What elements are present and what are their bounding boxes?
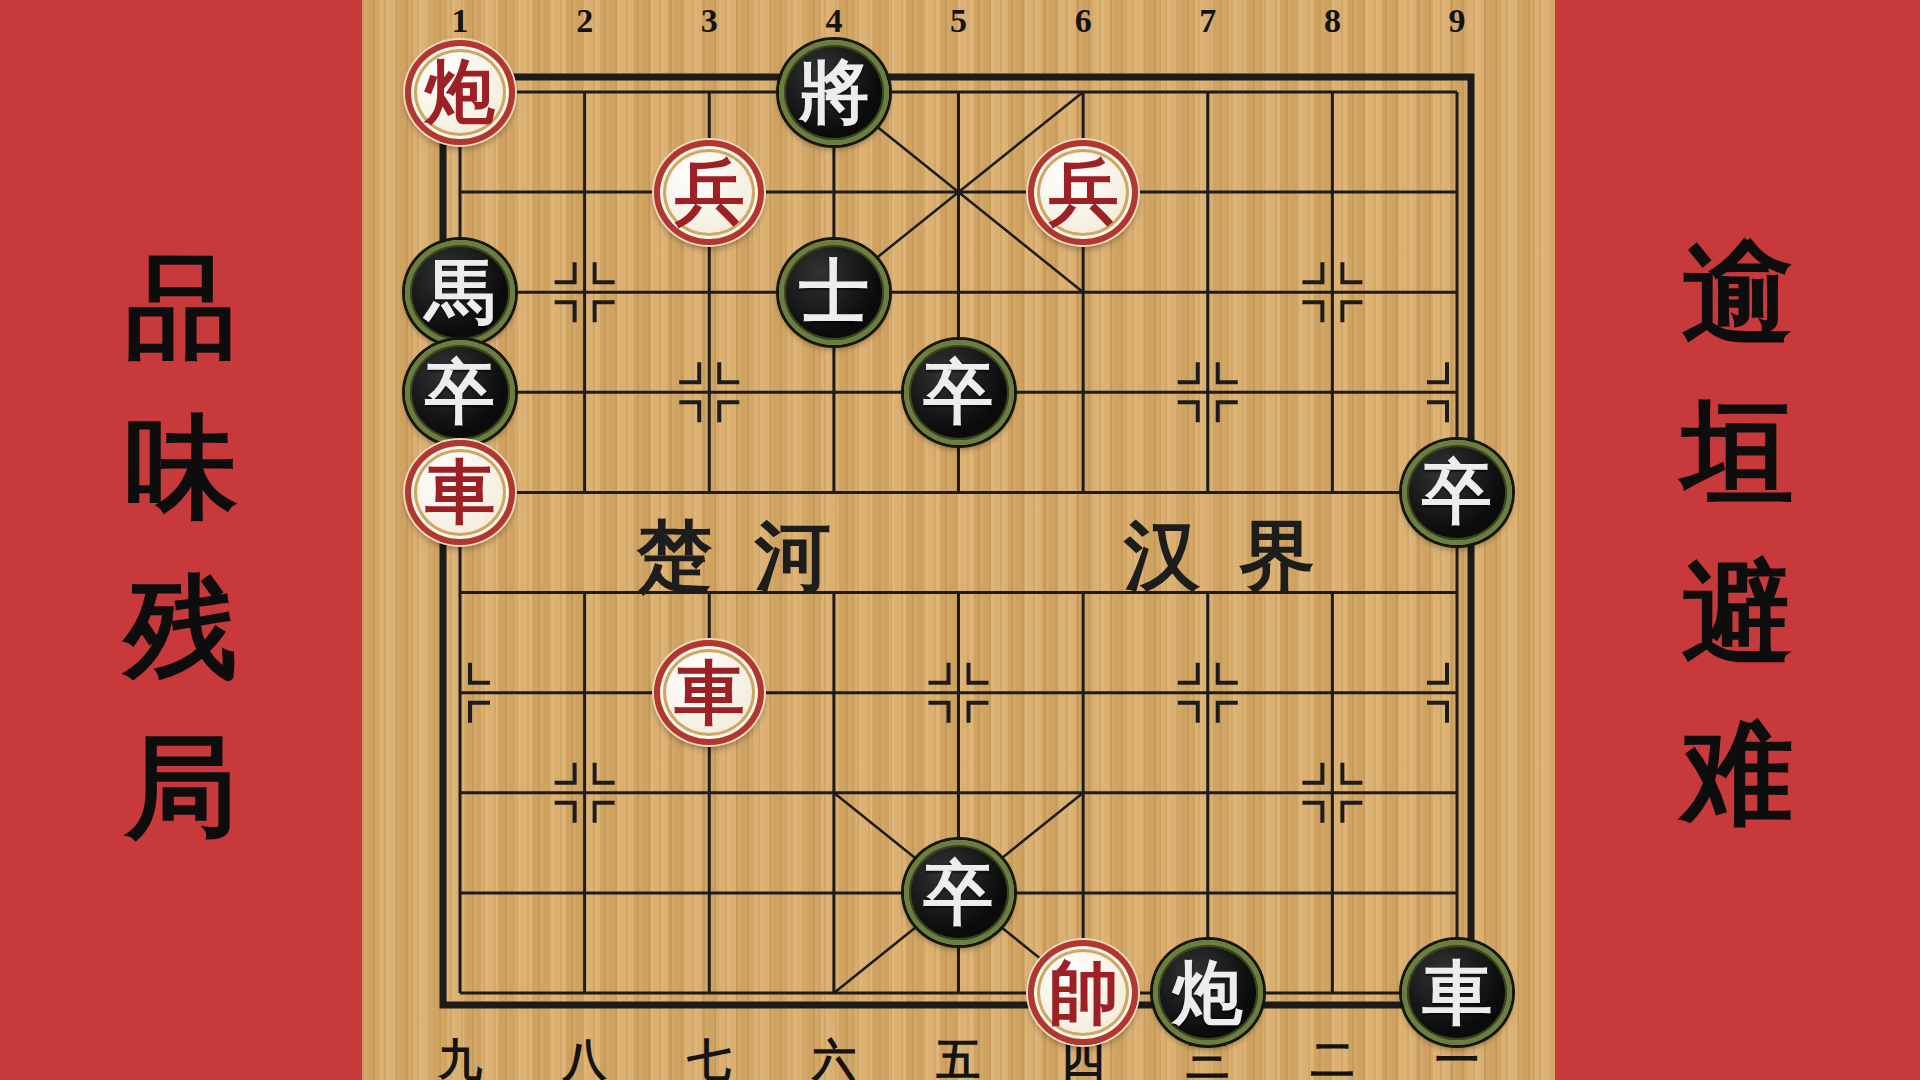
piece-glyph: 兵 [1048,157,1118,227]
file-label-top: 9 [1449,2,1466,40]
river-char: 河 [755,506,831,609]
file-label-top: 7 [1199,2,1216,40]
piece-black-cannon[interactable]: 炮 [1153,940,1263,1045]
banner-char: 垣 [1682,396,1794,508]
file-label-top: 4 [825,2,842,40]
piece-black-soldier[interactable]: 卒 [1402,440,1512,545]
piece-black-soldier[interactable]: 卒 [405,340,515,445]
piece-glyph: 將 [799,57,869,127]
banner-char: 味 [125,411,237,523]
right-banner: 逾垣避难 [1555,0,1920,1080]
piece-glyph: 卒 [924,858,994,928]
banner-char: 局 [125,731,237,843]
piece-glyph: 卒 [924,357,994,427]
piece-black-horse[interactable]: 馬 [405,240,515,345]
banner-char: 逾 [1682,236,1794,348]
file-label-bottom: 六 [812,1031,856,1080]
xiangqi-board: 123456789 九八七六五四三二一 楚河汉界 炮將兵兵馬士卒卒車卒車卒帥炮車 [362,0,1555,1080]
river-char: 界 [1239,506,1315,609]
file-label-top: 6 [1075,2,1092,40]
piece-glyph: 卒 [1422,457,1492,527]
piece-glyph: 馬 [425,257,495,327]
piece-black-soldier[interactable]: 卒 [904,340,1014,445]
right-banner-text: 逾垣避难 [1555,236,1920,828]
piece-black-general[interactable]: 將 [779,40,889,145]
left-banner-text: 品味残局 [0,251,362,843]
piece-glyph: 車 [1422,958,1492,1028]
file-label-bottom: 七 [687,1031,731,1080]
piece-black-chariot[interactable]: 車 [1402,940,1512,1045]
file-label-bottom: 五 [937,1031,981,1080]
banner-char: 避 [1682,556,1794,668]
piece-glyph: 兵 [674,157,744,227]
piece-red-soldier[interactable]: 兵 [1028,140,1138,245]
piece-red-cannon[interactable]: 炮 [405,40,515,145]
file-label-bottom: 二 [1310,1031,1354,1080]
file-label-top: 2 [576,2,593,40]
piece-glyph: 士 [799,257,869,327]
file-label-bottom: 九 [438,1031,482,1080]
piece-glyph: 帥 [1048,958,1118,1028]
banner-char: 残 [125,571,237,683]
river-char: 楚 [637,506,713,609]
file-label-top: 5 [950,2,967,40]
piece-red-chariot[interactable]: 車 [405,440,515,545]
xiangqi-app: 品味残局 123456789 九八七六五四三二一 楚河汉界 炮將兵兵馬士卒卒車卒… [0,0,1920,1080]
piece-red-chariot[interactable]: 車 [654,640,764,745]
piece-glyph: 卒 [425,357,495,427]
file-label-top: 8 [1324,2,1341,40]
piece-red-general[interactable]: 帥 [1028,940,1138,1045]
piece-glyph: 炮 [1173,958,1243,1028]
left-banner: 品味残局 [0,0,362,1080]
piece-glyph: 車 [674,658,744,728]
river-char: 汉 [1124,506,1200,609]
file-label-bottom: 八 [563,1031,607,1080]
piece-black-soldier[interactable]: 卒 [904,840,1014,945]
file-label-top: 1 [452,2,469,40]
piece-black-advisor[interactable]: 士 [779,240,889,345]
banner-char: 难 [1682,716,1794,828]
piece-glyph: 炮 [425,57,495,127]
file-label-top: 3 [701,2,718,40]
piece-glyph: 車 [425,457,495,527]
piece-red-soldier[interactable]: 兵 [654,140,764,245]
banner-char: 品 [125,251,237,363]
